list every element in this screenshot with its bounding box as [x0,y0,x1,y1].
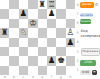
rank-label-7: 7 [76,9,80,18]
black-pawn-f2: ♟ [48,56,56,65]
turn-status: Ход соперника [81,29,100,38]
square-a1[interactable] [0,66,9,75]
square-b4[interactable] [9,38,18,47]
timer-badge: 0:00 [80,70,91,75]
file-labels: abcdefgh [0,75,75,79]
rank-label-2: 2 [76,56,80,65]
site-link[interactable]: на сайте [80,13,93,17]
square-h4[interactable]: ♟ [66,38,75,47]
rank-label-5: 5 [76,28,80,37]
square-a4[interactable] [0,38,9,47]
square-e8[interactable]: ♜ [38,0,47,9]
square-e1[interactable] [38,66,47,75]
square-a3[interactable] [0,47,9,56]
square-e2[interactable] [38,56,47,65]
white-knight-c5: ♘ [20,28,28,37]
white-king-d6: ♔ [29,18,37,27]
black-rook-a5: ♜ [1,28,9,37]
square-g6[interactable] [56,19,65,28]
square-b1[interactable] [9,66,18,75]
square-d1[interactable] [28,66,37,75]
square-f7[interactable]: ♟ [47,9,56,18]
rating-badge: 1500 [80,60,96,66]
square-c5[interactable]: ♘ [19,28,28,37]
square-f2[interactable]: ♟ [47,56,56,65]
black-pawn-c7: ♟ [20,9,28,18]
file-label-b: b [9,75,18,79]
rank-labels: 87654321 [76,0,80,75]
file-label-a: a [0,75,9,79]
square-c3[interactable] [19,47,28,56]
square-h3[interactable] [66,47,75,56]
flag-icon: ⚑ [93,70,96,74]
square-b7[interactable] [9,9,18,18]
square-b8[interactable] [9,0,18,9]
square-f5[interactable] [47,28,56,37]
rank-label-4: 4 [76,38,80,47]
square-b6[interactable] [9,19,18,28]
square-h2[interactable] [66,56,75,65]
black-pawn-h4: ♟ [66,37,74,46]
square-a5[interactable]: ♜ [0,28,9,37]
square-a8[interactable] [0,0,9,9]
file-label-f: f [47,75,56,79]
square-d2[interactable] [28,56,37,65]
hint-button[interactable]: Подсказка [81,48,100,56]
file-label-c: c [19,75,28,79]
square-a2[interactable] [0,56,9,65]
square-g4[interactable] [56,38,65,47]
puzzle-widget: ♜♖♟♟♔♜♘♙♟♟♚ abcdefgh 87654321 Далее ⚙ на… [0,0,100,79]
square-f6[interactable] [47,19,56,28]
square-a7[interactable] [0,9,9,18]
solve-button[interactable]: Решать [80,19,91,24]
square-h7[interactable] [66,9,75,18]
turn-status-line2: соперника [81,34,100,39]
square-d6[interactable]: ♔ [28,19,37,28]
square-d8[interactable] [28,0,37,9]
square-c1[interactable] [19,66,28,75]
square-b5[interactable] [9,28,18,37]
black-pawn-f7: ♟ [48,9,56,18]
square-g7[interactable] [56,9,65,18]
square-b2[interactable] [9,56,18,65]
square-c7[interactable]: ♟ [19,9,28,18]
flag-button[interactable]: ⚑ [92,70,97,75]
rank-label-6: 6 [76,19,80,28]
square-c2[interactable] [19,56,28,65]
square-e3[interactable] [38,47,47,56]
square-d5[interactable] [28,28,37,37]
black-rook-e8: ♜ [38,0,46,9]
next-puzzle-button[interactable]: Далее [80,2,94,8]
square-g8[interactable] [56,0,65,9]
rank-label-3: 3 [76,47,80,56]
file-label-h: h [66,75,75,79]
chess-board[interactable]: ♜♖♟♟♔♜♘♙♟♟♚ [0,0,75,75]
square-c4[interactable] [19,38,28,47]
square-d4[interactable] [28,38,37,47]
square-h8[interactable] [66,0,75,9]
square-h1[interactable] [66,66,75,75]
square-f1[interactable] [47,66,56,75]
rank-label-8: 8 [76,0,80,9]
rank-label-1: 1 [76,66,80,75]
gear-icon[interactable]: ⚙ [95,2,99,7]
square-g2[interactable]: ♚ [56,56,65,65]
square-d3[interactable] [28,47,37,56]
square-e4[interactable] [38,38,47,47]
square-f4[interactable] [47,38,56,47]
square-g5[interactable] [56,28,65,37]
square-e7[interactable] [38,9,47,18]
black-king-g2: ♚ [57,56,65,65]
square-e5[interactable] [38,28,47,37]
square-b3[interactable] [9,47,18,56]
file-label-d: d [28,75,37,79]
file-label-e: e [38,75,47,79]
file-label-g: g [56,75,65,79]
square-e6[interactable] [38,19,47,28]
square-g1[interactable] [56,66,65,75]
